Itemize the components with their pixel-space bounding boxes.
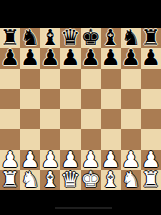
square-h4[interactable]	[141, 109, 161, 129]
square-b5[interactable]	[20, 89, 40, 109]
square-d6[interactable]	[60, 69, 80, 89]
square-c7[interactable]: ♟	[40, 48, 60, 68]
square-f4[interactable]	[101, 109, 121, 129]
square-g4[interactable]	[121, 109, 141, 129]
piece-white-bishop[interactable]: ♝	[101, 170, 121, 190]
square-h6[interactable]	[141, 69, 161, 89]
square-d7[interactable]: ♟	[60, 48, 80, 68]
square-h1[interactable]: ♜	[141, 170, 161, 190]
square-g1[interactable]: ♞	[121, 170, 141, 190]
square-d4[interactable]	[60, 109, 80, 129]
square-d5[interactable]	[60, 89, 80, 109]
piece-white-bishop[interactable]: ♝	[40, 170, 60, 190]
piece-white-queen[interactable]: ♛	[61, 170, 81, 190]
piece-black-pawn[interactable]: ♟	[0, 48, 20, 68]
square-a7[interactable]: ♟	[0, 48, 20, 68]
square-e6[interactable]	[81, 69, 101, 89]
square-c6[interactable]	[40, 69, 60, 89]
piece-black-pawn[interactable]: ♟	[121, 48, 141, 68]
piece-black-pawn[interactable]: ♟	[20, 48, 40, 68]
piece-black-pawn[interactable]: ♟	[81, 48, 101, 68]
square-b1[interactable]: ♞	[20, 170, 40, 190]
piece-black-pawn[interactable]: ♟	[40, 48, 60, 68]
piece-white-king[interactable]: ♚	[81, 170, 101, 190]
square-h5[interactable]	[141, 89, 161, 109]
square-f7[interactable]: ♟	[101, 48, 121, 68]
piece-black-pawn[interactable]: ♟	[61, 48, 81, 68]
square-a6[interactable]	[0, 69, 20, 89]
square-d1[interactable]: ♛	[60, 170, 80, 190]
piece-white-knight[interactable]: ♞	[121, 170, 141, 190]
square-a4[interactable]	[0, 109, 20, 129]
piece-white-rook[interactable]: ♜	[0, 170, 20, 190]
square-g6[interactable]	[121, 69, 141, 89]
square-f1[interactable]: ♝	[101, 170, 121, 190]
square-f5[interactable]	[101, 89, 121, 109]
square-e7[interactable]: ♟	[81, 48, 101, 68]
square-c4[interactable]	[40, 109, 60, 129]
piece-black-pawn[interactable]: ♟	[141, 48, 161, 68]
piece-white-knight[interactable]: ♞	[20, 170, 40, 190]
square-a5[interactable]	[0, 89, 20, 109]
square-e1[interactable]: ♚	[81, 170, 101, 190]
square-g7[interactable]: ♟	[121, 48, 141, 68]
square-c5[interactable]	[40, 89, 60, 109]
square-b7[interactable]: ♟	[20, 48, 40, 68]
piece-black-pawn[interactable]: ♟	[101, 48, 121, 68]
square-h7[interactable]: ♟	[141, 48, 161, 68]
square-c1[interactable]: ♝	[40, 170, 60, 190]
square-e4[interactable]	[81, 109, 101, 129]
square-b4[interactable]	[20, 109, 40, 129]
square-f6[interactable]	[101, 69, 121, 89]
chess-board: ♜♞♝♛♚♝♞♜♟♟♟♟♟♟♟♟♟♟♟♟♟♟♟♟♜♞♝♛♚♝♞♜	[0, 28, 161, 190]
square-g5[interactable]	[121, 89, 141, 109]
faint-artifact-line	[55, 207, 112, 209]
screen: ♜♞♝♛♚♝♞♜♟♟♟♟♟♟♟♟♟♟♟♟♟♟♟♟♜♞♝♛♚♝♞♜	[0, 0, 161, 215]
square-a1[interactable]: ♜	[0, 170, 20, 190]
square-e5[interactable]	[81, 89, 101, 109]
square-b6[interactable]	[20, 69, 40, 89]
piece-white-rook[interactable]: ♜	[141, 170, 161, 190]
